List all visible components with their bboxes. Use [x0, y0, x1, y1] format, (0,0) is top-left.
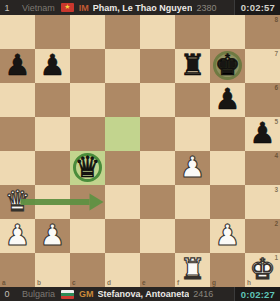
square-h3[interactable]: 3: [245, 185, 280, 219]
square-c4[interactable]: ♛: [70, 151, 105, 185]
square-d2[interactable]: [105, 219, 140, 253]
square-e3[interactable]: [140, 185, 175, 219]
top-player-clock: 0:02:57: [234, 0, 280, 15]
piece-black-pawn-b7: ♟: [35, 49, 70, 83]
rank-label-4: 4: [274, 152, 278, 159]
file-label-d: d: [107, 279, 111, 286]
piece-white-pawn-g2: ♟: [210, 219, 245, 253]
board: 8♟♟♜♚7♟6♟5♛♟4♛3♟♟♟2abcde♜fg♚1h: [0, 15, 280, 287]
file-label-f: f: [177, 279, 179, 286]
square-c8[interactable]: [70, 15, 105, 49]
square-c2[interactable]: [70, 219, 105, 253]
square-g5[interactable]: [210, 117, 245, 151]
rank-label-6: 6: [274, 84, 278, 91]
square-g8[interactable]: [210, 15, 245, 49]
bottom-player-name: Stefanova, Antoaneta: [98, 289, 190, 299]
square-a5[interactable]: [0, 117, 35, 151]
piece-black-pawn-a7: ♟: [0, 49, 35, 83]
square-f5[interactable]: [175, 117, 210, 151]
file-label-g: g: [212, 279, 216, 286]
square-f2[interactable]: [175, 219, 210, 253]
square-b6[interactable]: [35, 83, 70, 117]
piece-black-queen-c4: ♛: [70, 151, 105, 185]
square-h4[interactable]: 4: [245, 151, 280, 185]
bottom-player-country: Bulgaria: [22, 289, 55, 299]
square-d3[interactable]: [105, 185, 140, 219]
file-label-a: a: [2, 279, 6, 286]
rank-label-8: 8: [274, 16, 278, 23]
square-h5[interactable]: ♟5: [245, 117, 280, 151]
top-player-country: Vietnam: [22, 3, 55, 13]
square-h8[interactable]: 8: [245, 15, 280, 49]
square-d8[interactable]: [105, 15, 140, 49]
rank-label-2: 2: [274, 220, 278, 227]
square-d4[interactable]: [105, 151, 140, 185]
square-h6[interactable]: 6: [245, 83, 280, 117]
file-label-h: h: [247, 279, 251, 286]
rank-label-7: 7: [274, 50, 278, 57]
square-g1[interactable]: g: [210, 253, 245, 287]
square-c7[interactable]: [70, 49, 105, 83]
bottom-player-bar: 0 Bulgaria GM Stefanova, Antoaneta 2416 …: [0, 287, 280, 301]
square-f8[interactable]: [175, 15, 210, 49]
rank-label-1: 1: [274, 254, 278, 261]
bottom-player-score: 0: [0, 289, 14, 299]
file-label-e: e: [142, 279, 146, 286]
piece-white-rook-f1: ♜: [175, 253, 210, 287]
vietnam-flag-icon: ★: [61, 3, 74, 12]
square-b4[interactable]: [35, 151, 70, 185]
piece-black-king-g7: ♚: [210, 49, 245, 83]
piece-white-pawn-f4: ♟: [175, 151, 210, 185]
square-e8[interactable]: [140, 15, 175, 49]
square-e7[interactable]: [140, 49, 175, 83]
top-player-title: IM: [79, 3, 89, 13]
file-label-b: b: [37, 279, 41, 286]
piece-white-queen-a3: ♛: [0, 185, 35, 219]
square-b1[interactable]: b: [35, 253, 70, 287]
top-player-score: 1: [0, 3, 14, 13]
top-player-name: Pham, Le Thao Nguyen: [93, 3, 193, 13]
square-d6[interactable]: [105, 83, 140, 117]
square-b2[interactable]: ♟: [35, 219, 70, 253]
square-c6[interactable]: [70, 83, 105, 117]
rank-label-5: 5: [274, 118, 278, 125]
bottom-player-clock: 0:02:27: [234, 287, 280, 301]
square-f7[interactable]: ♜: [175, 49, 210, 83]
square-e4[interactable]: [140, 151, 175, 185]
square-b8[interactable]: [35, 15, 70, 49]
square-a8[interactable]: [0, 15, 35, 49]
square-a6[interactable]: [0, 83, 35, 117]
bottom-player-rating: 2416: [193, 289, 213, 299]
square-e5[interactable]: [140, 117, 175, 151]
top-player-rating: 2380: [196, 3, 216, 13]
square-g4[interactable]: [210, 151, 245, 185]
piece-black-rook-f7: ♜: [175, 49, 210, 83]
square-c3[interactable]: [70, 185, 105, 219]
flag-star-icon: ★: [61, 3, 74, 11]
square-h2[interactable]: 2: [245, 219, 280, 253]
rank-label-3: 3: [274, 186, 278, 193]
square-h1[interactable]: ♚1h: [245, 253, 280, 287]
square-f1[interactable]: ♜f: [175, 253, 210, 287]
piece-white-pawn-a2: ♟: [0, 219, 35, 253]
square-c1[interactable]: c: [70, 253, 105, 287]
top-player-bar: 1 Vietnam ★ IM Pham, Le Thao Nguyen 2380…: [0, 0, 280, 15]
square-a3[interactable]: ♛: [0, 185, 35, 219]
square-d7[interactable]: [105, 49, 140, 83]
square-e6[interactable]: [140, 83, 175, 117]
square-e2[interactable]: [140, 219, 175, 253]
chess-broadcast-app: 1 Vietnam ★ IM Pham, Le Thao Nguyen 2380…: [0, 0, 280, 301]
bulgaria-flag-icon: [61, 290, 74, 299]
file-label-c: c: [72, 279, 76, 286]
square-b3[interactable]: [35, 185, 70, 219]
square-g7[interactable]: ♚: [210, 49, 245, 83]
bottom-player-title: GM: [79, 289, 94, 299]
square-a7[interactable]: ♟: [0, 49, 35, 83]
square-b7[interactable]: ♟: [35, 49, 70, 83]
square-f4[interactable]: ♟: [175, 151, 210, 185]
square-h7[interactable]: 7: [245, 49, 280, 83]
square-a4[interactable]: [0, 151, 35, 185]
square-f6[interactable]: [175, 83, 210, 117]
piece-white-pawn-b2: ♟: [35, 219, 70, 253]
square-e1[interactable]: e: [140, 253, 175, 287]
square-f3[interactable]: [175, 185, 210, 219]
piece-black-pawn-g6: ♟: [210, 83, 245, 117]
square-b5[interactable]: [35, 117, 70, 151]
square-c5[interactable]: [70, 117, 105, 151]
square-g3[interactable]: [210, 185, 245, 219]
square-g2[interactable]: ♟: [210, 219, 245, 253]
square-a2[interactable]: ♟: [0, 219, 35, 253]
square-g6[interactable]: ♟: [210, 83, 245, 117]
square-d5[interactable]: [105, 117, 140, 151]
square-a1[interactable]: a: [0, 253, 35, 287]
board-wrap: 8♟♟♜♚7♟6♟5♛♟4♛3♟♟♟2abcde♜fg♚1h: [0, 15, 280, 287]
square-d1[interactable]: d: [105, 253, 140, 287]
